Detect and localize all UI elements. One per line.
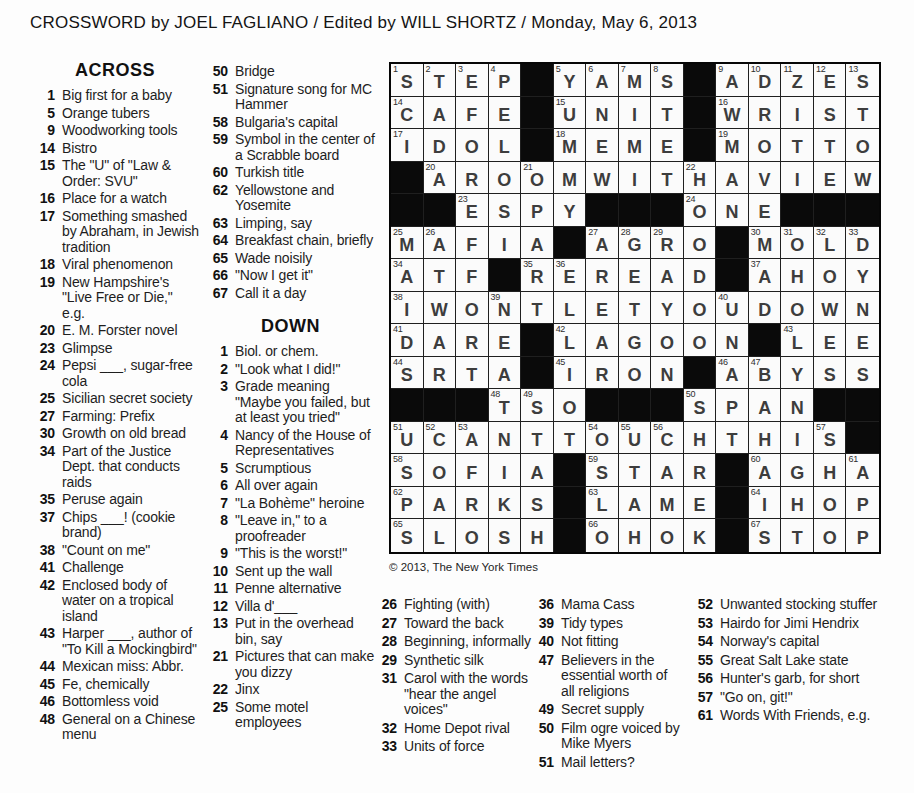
grid-cell[interactable]: 37A — [749, 259, 782, 292]
grid-cell[interactable]: H — [781, 487, 814, 520]
cell-letter: M — [627, 72, 642, 92]
grid-cell[interactable]: L — [554, 292, 587, 325]
grid-cell[interactable]: 63L — [586, 487, 619, 520]
clue-number: 30 — [31, 426, 62, 442]
clue-across-51: 51Signature song for MC Hammer — [204, 82, 377, 113]
grid-cell[interactable]: T — [716, 422, 749, 455]
grid-cell[interactable]: E — [586, 129, 619, 162]
grid-cell[interactable]: T — [651, 162, 684, 195]
grid-cell[interactable]: V — [749, 162, 782, 195]
clue-number: 3 — [204, 379, 235, 426]
cell-letter: P — [857, 528, 869, 548]
cell-letter: W — [854, 170, 871, 190]
grid-cell[interactable]: R — [586, 259, 619, 292]
grid-cell[interactable]: R — [684, 454, 717, 487]
clue-text: Hairdo for Jimi Hendrix — [720, 616, 885, 632]
cell-letter: A — [465, 430, 478, 450]
grid-cell[interactable]: A — [716, 162, 749, 195]
grid-cell[interactable]: P — [521, 194, 554, 227]
grid-cell[interactable]: 53A — [456, 422, 489, 455]
cell-letter: L — [434, 528, 445, 548]
down-clue-list-4: 52Unwanted stocking stuffer53Hairdo for … — [689, 597, 885, 724]
clue-number: 4 — [204, 428, 235, 459]
grid-cell[interactable]: N — [489, 422, 522, 455]
clue-number: 20 — [31, 323, 62, 339]
grid-cell[interactable]: 13S — [846, 64, 879, 97]
grid-cell[interactable]: 42L — [554, 324, 587, 357]
grid-cell[interactable]: A — [749, 389, 782, 422]
cell-letter: R — [465, 170, 478, 190]
clue-text: Toward the back — [404, 616, 531, 632]
clue-down-31: 31Carol with the words "hear the angel v… — [373, 671, 531, 718]
grid-cell[interactable]: O — [814, 487, 847, 520]
clue-text: Beginning, informally — [404, 634, 531, 650]
grid-cell[interactable]: 28G — [619, 227, 652, 260]
grid-cell[interactable]: D — [424, 129, 457, 162]
grid-cell[interactable]: 15U — [554, 97, 587, 130]
grid-cell[interactable]: T — [521, 422, 554, 455]
grid-cell[interactable]: I — [489, 454, 522, 487]
grid-cell[interactable]: A — [586, 324, 619, 357]
cell-letter: G — [790, 463, 804, 483]
grid-cell[interactable]: O — [684, 324, 717, 357]
grid-cell[interactable]: P — [846, 519, 879, 552]
grid-cell[interactable]: N — [651, 357, 684, 390]
black-cell — [716, 519, 749, 552]
grid-cell[interactable]: P — [716, 389, 749, 422]
grid-cell[interactable]: O — [846, 129, 879, 162]
grid-cell[interactable]: W — [846, 162, 879, 195]
grid-cell[interactable]: O — [814, 259, 847, 292]
clue-number: 27 — [31, 409, 62, 425]
cell-letter: E — [596, 300, 608, 320]
clue-down-22: 22Jinx — [204, 682, 377, 698]
clue-text: E. M. Forster novel — [62, 323, 199, 339]
grid-cell[interactable]: P — [846, 487, 879, 520]
grid-cell[interactable]: E — [619, 259, 652, 292]
grid-cell[interactable]: K — [684, 519, 717, 552]
cell-letter: F — [466, 235, 477, 255]
grid-cell[interactable]: R — [586, 357, 619, 390]
grid-cell[interactable]: A — [521, 227, 554, 260]
grid-cell[interactable]: S — [846, 357, 879, 390]
cell-letter: A — [661, 267, 674, 287]
grid-cell[interactable]: 14C — [391, 97, 424, 130]
grid-cell[interactable]: O — [489, 162, 522, 195]
grid-cell[interactable]: 44S — [391, 357, 424, 390]
grid-cell[interactable]: A — [651, 454, 684, 487]
grid-cell[interactable]: 21O — [521, 162, 554, 195]
grid-cell[interactable]: S — [814, 97, 847, 130]
grid-cell[interactable]: 43L — [781, 324, 814, 357]
clue-number: 15 — [31, 158, 62, 189]
clue-number: 12 — [204, 599, 235, 615]
grid-cell[interactable]: 64I — [749, 487, 782, 520]
grid-cell[interactable]: O — [651, 519, 684, 552]
grid-cell[interactable]: 24O — [684, 194, 717, 227]
grid-cell[interactable]: H — [521, 519, 554, 552]
grid-cell[interactable]: W — [424, 292, 457, 325]
grid-cell[interactable]: 25M — [391, 227, 424, 260]
cell-letter: E — [466, 202, 478, 222]
grid-cell[interactable]: Y — [781, 357, 814, 390]
grid-cell[interactable]: 60A — [749, 454, 782, 487]
grid-cell[interactable]: T — [554, 422, 587, 455]
grid-cell[interactable]: 4P — [489, 64, 522, 97]
grid-cell[interactable]: 9A — [716, 64, 749, 97]
grid-cell[interactable]: 41D — [391, 324, 424, 357]
grid-cell[interactable]: 32L — [814, 227, 847, 260]
grid-cell[interactable]: 40U — [716, 292, 749, 325]
grid-cell[interactable]: F — [456, 454, 489, 487]
clue-number: 52 — [689, 597, 720, 613]
cell-letter: I — [632, 170, 637, 190]
grid-cell[interactable]: 11Z — [781, 64, 814, 97]
grid-cell[interactable]: O — [619, 357, 652, 390]
cell-letter: L — [792, 333, 803, 353]
grid-cell[interactable]: N — [846, 292, 879, 325]
cell-letter: S — [857, 365, 869, 385]
grid-cell[interactable]: 51U — [391, 422, 424, 455]
grid-cell[interactable]: R — [424, 357, 457, 390]
clue-across-43: 43Harper ___, author of "To Kill a Mocki… — [31, 626, 199, 657]
across-header: ACROSS — [31, 60, 199, 81]
grid-cell[interactable]: I — [781, 422, 814, 455]
clue-across-46: 46Bottomless void — [31, 694, 199, 710]
grid-cell[interactable]: M — [651, 487, 684, 520]
grid-cell[interactable]: H — [781, 259, 814, 292]
grid-cell[interactable]: 38I — [391, 292, 424, 325]
grid-cell[interactable]: E — [814, 324, 847, 357]
grid-cell[interactable]: F — [456, 259, 489, 292]
clue-across-17: 17Something smashed by Abraham, in Jewis… — [31, 209, 199, 256]
cell-letter: N — [595, 105, 608, 125]
grid-cell[interactable]: M — [619, 129, 652, 162]
grid-cell[interactable]: A — [424, 487, 457, 520]
clue-text: Bridge — [235, 64, 377, 80]
grid-cell[interactable]: R — [456, 324, 489, 357]
grid-cell[interactable]: 55U — [619, 422, 652, 455]
grid-cell[interactable]: I — [781, 97, 814, 130]
grid-cell[interactable]: I — [619, 97, 652, 130]
clue-number: 48 — [31, 712, 62, 743]
grid-cell[interactable]: 31O — [781, 227, 814, 260]
grid-cell[interactable]: 16W — [716, 97, 749, 130]
grid-cell[interactable]: T — [781, 519, 814, 552]
copyright: © 2013, The New York Times — [389, 561, 881, 573]
clue-down-33: 33Units of force — [373, 739, 531, 755]
grid-cell[interactable]: 47B — [749, 357, 782, 390]
grid-cell[interactable]: 50S — [684, 389, 717, 422]
grid-cell[interactable]: A — [424, 97, 457, 130]
grid-cell[interactable]: 10D — [749, 64, 782, 97]
cell-letter: L — [564, 333, 575, 353]
grid-cell[interactable]: O — [651, 324, 684, 357]
grid-cell[interactable]: I — [489, 227, 522, 260]
grid-cell[interactable]: 1S — [391, 64, 424, 97]
grid-cell[interactable]: 29R — [651, 227, 684, 260]
grid-cell[interactable]: G — [781, 454, 814, 487]
cell-number: 46 — [718, 357, 727, 368]
grid-cell[interactable]: A — [521, 454, 554, 487]
black-cell — [554, 487, 587, 520]
grid-cell[interactable]: 8S — [651, 64, 684, 97]
clue-text: Enclosed body of water on a tropical isl… — [62, 578, 199, 625]
crossword-grid-area: 1S2T3E4P5Y6A7M8S9A10D11Z12E13S14CAFE15UN… — [389, 62, 881, 573]
grid-cell[interactable]: Y — [846, 259, 879, 292]
clue-text: "Look what I did!" — [235, 362, 377, 378]
cell-number: 50 — [686, 389, 695, 400]
grid-cell[interactable]: 12E — [814, 64, 847, 97]
clue-text: Nancy of the House of Representatives — [235, 428, 377, 459]
cell-number: 35 — [523, 259, 532, 270]
grid-cell[interactable]: H — [684, 422, 717, 455]
cell-letter: N — [791, 398, 804, 418]
clue-number: 41 — [31, 560, 62, 576]
cell-letter: W — [431, 300, 448, 320]
cell-number: 14 — [393, 97, 402, 108]
grid-cell[interactable]: 2T — [424, 64, 457, 97]
grid-cell[interactable]: L — [424, 519, 457, 552]
grid-cell[interactable]: K — [489, 487, 522, 520]
grid-cell[interactable]: D — [684, 259, 717, 292]
grid-cell[interactable]: L — [489, 129, 522, 162]
grid-cell[interactable]: 36E — [554, 259, 587, 292]
grid-cell[interactable]: 56C — [651, 422, 684, 455]
grid-cell[interactable]: T — [619, 292, 652, 325]
grid-cell[interactable]: 61A — [846, 454, 879, 487]
grid-cell[interactable]: H — [619, 519, 652, 552]
clue-number: 50 — [530, 721, 561, 752]
grid-cell[interactable]: 57S — [814, 422, 847, 455]
cell-letter: L — [596, 495, 607, 515]
cell-letter: Y — [857, 267, 869, 287]
grid-cell[interactable]: T — [619, 454, 652, 487]
clue-number: 51 — [530, 755, 561, 771]
grid-cell[interactable]: S — [489, 519, 522, 552]
clue-number: 1 — [204, 344, 235, 360]
grid-cell[interactable]: S — [521, 487, 554, 520]
grid-cell[interactable]: G — [619, 324, 652, 357]
grid-cell[interactable]: 34A — [391, 259, 424, 292]
grid-cell[interactable]: 62P — [391, 487, 424, 520]
cell-letter: A — [726, 72, 739, 92]
grid-cell[interactable]: 17I — [391, 129, 424, 162]
grid-cell[interactable]: 18M — [554, 129, 587, 162]
clue-number: 5 — [31, 106, 62, 122]
grid-cell[interactable]: O — [424, 454, 457, 487]
grid-cell[interactable]: N — [716, 324, 749, 357]
grid-cell[interactable]: F — [456, 227, 489, 260]
grid-cell[interactable]: E — [684, 487, 717, 520]
cell-letter: R — [465, 333, 478, 353]
clue-across-59: 59Symbol in the center of a Scrabble boa… — [204, 132, 377, 163]
cell-letter: E — [628, 267, 640, 287]
grid-cell[interactable]: D — [749, 292, 782, 325]
cell-letter: T — [629, 463, 640, 483]
grid-cell[interactable]: 59S — [586, 454, 619, 487]
grid-cell[interactable]: E — [651, 129, 684, 162]
grid-cell[interactable]: N — [716, 194, 749, 227]
grid-cell[interactable]: E — [846, 324, 879, 357]
grid-cell[interactable]: S — [489, 194, 522, 227]
grid-cell[interactable]: N — [586, 97, 619, 130]
grid-cell[interactable]: 52C — [424, 422, 457, 455]
cell-letter: S — [401, 528, 413, 548]
clue-number: 8 — [204, 513, 235, 544]
grid-cell[interactable]: F — [456, 97, 489, 130]
grid-cell[interactable]: O — [814, 519, 847, 552]
cell-letter: P — [401, 495, 413, 515]
black-cell — [521, 97, 554, 130]
grid-cell[interactable]: N — [781, 389, 814, 422]
clue-across-38: 38"Count on me" — [31, 543, 199, 559]
cell-letter: A — [433, 170, 446, 190]
clue-down-53: 53Hairdo for Jimi Hendrix — [689, 616, 885, 632]
grid-cell[interactable]: R — [749, 97, 782, 130]
grid-cell[interactable]: O — [684, 292, 717, 325]
grid-cell[interactable]: 20A — [424, 162, 457, 195]
cell-number: 24 — [686, 194, 695, 205]
cell-letter: E — [466, 72, 478, 92]
grid-cell[interactable]: T — [846, 97, 879, 130]
cell-number: 3 — [458, 64, 463, 75]
grid-cell[interactable]: I — [781, 162, 814, 195]
grid-cell[interactable]: 54O — [586, 422, 619, 455]
grid-cell[interactable]: 22H — [684, 162, 717, 195]
clue-down-2: 2"Look what I did!" — [204, 362, 377, 378]
grid-cell[interactable]: 35R — [521, 259, 554, 292]
grid-cell[interactable]: 45I — [554, 357, 587, 390]
grid-cell[interactable]: E — [814, 162, 847, 195]
grid-cell[interactable]: 66O — [586, 519, 619, 552]
grid-cell[interactable]: T — [521, 292, 554, 325]
cell-number: 47 — [751, 357, 760, 368]
clue-text: "Now I get it" — [235, 268, 377, 284]
grid-cell[interactable]: 39N — [489, 292, 522, 325]
clue-down-55: 55Great Salt Lake state — [689, 653, 885, 669]
clue-number: 28 — [373, 634, 404, 650]
grid-cell[interactable]: A — [489, 357, 522, 390]
grid-cell[interactable]: 48T — [489, 389, 522, 422]
grid-cell[interactable]: R — [456, 487, 489, 520]
clue-text: Pepsi ___, sugar-free cola — [62, 358, 199, 389]
clue-number: 32 — [373, 721, 404, 737]
grid-cell[interactable]: O — [554, 389, 587, 422]
grid-cell[interactable]: O — [456, 129, 489, 162]
clue-text: The "U" of "Law & Order: SVU" — [62, 158, 199, 189]
grid-cell[interactable]: O — [781, 292, 814, 325]
cell-letter: S — [857, 72, 869, 92]
grid-cell[interactable]: 46A — [716, 357, 749, 390]
grid-cell[interactable]: Y — [554, 194, 587, 227]
black-cell — [391, 389, 424, 422]
grid-cell[interactable]: T — [781, 129, 814, 162]
clue-number: 42 — [31, 578, 62, 625]
grid-cell[interactable]: I — [619, 162, 652, 195]
grid-cell[interactable]: A — [651, 259, 684, 292]
clue-across-48: 48General on a Chinese menu — [31, 712, 199, 743]
grid-cell[interactable]: 7M — [619, 64, 652, 97]
grid-cell[interactable]: A — [424, 324, 457, 357]
grid-cell[interactable]: O — [456, 292, 489, 325]
clue-number: 36 — [530, 597, 561, 613]
clue-text: New Hampshire's "Live Free or Die," e.g. — [62, 275, 199, 322]
grid-cell[interactable]: E — [489, 97, 522, 130]
grid-cell[interactable]: E — [489, 324, 522, 357]
grid-cell[interactable]: 27A — [586, 227, 619, 260]
grid-cell[interactable]: Y — [651, 292, 684, 325]
grid-cell[interactable]: A — [619, 487, 652, 520]
grid-cell[interactable]: T — [651, 97, 684, 130]
down-clue-list-2-column: 26Fighting (with)27Toward the back28Begi… — [373, 597, 531, 758]
grid-cell[interactable]: M — [554, 162, 587, 195]
grid-cell[interactable]: E — [586, 292, 619, 325]
grid-cell[interactable]: 58S — [391, 454, 424, 487]
grid-cell[interactable]: O — [456, 519, 489, 552]
grid-cell[interactable]: H — [814, 454, 847, 487]
black-cell — [846, 389, 879, 422]
grid-cell[interactable]: 19M — [716, 129, 749, 162]
clue-number: 53 — [689, 616, 720, 632]
cell-letter: O — [432, 463, 446, 483]
cell-number: 41 — [393, 324, 402, 335]
grid-cell[interactable]: 33D — [846, 227, 879, 260]
grid-cell[interactable]: W — [814, 292, 847, 325]
grid-cell[interactable]: E — [749, 194, 782, 227]
grid-cell[interactable]: T — [424, 259, 457, 292]
clue-text: Synthetic silk — [404, 653, 531, 669]
grid-cell[interactable]: S — [814, 357, 847, 390]
grid-cell[interactable]: 67S — [749, 519, 782, 552]
clue-text: Words With Friends, e.g. — [720, 708, 885, 724]
grid-cell[interactable]: 30M — [749, 227, 782, 260]
grid-cell[interactable]: O — [684, 227, 717, 260]
grid-cell[interactable]: H — [749, 422, 782, 455]
cell-letter: R — [758, 105, 771, 125]
clue-text: Penne alternative — [235, 581, 377, 597]
cell-letter: T — [824, 137, 835, 157]
clue-across-42: 42Enclosed body of water on a tropical i… — [31, 578, 199, 625]
grid-cell[interactable]: W — [586, 162, 619, 195]
clue-number: 63 — [204, 216, 235, 232]
grid-cell[interactable]: 6A — [586, 64, 619, 97]
clue-down-54: 54Norway's capital — [689, 634, 885, 650]
grid-cell[interactable]: R — [456, 162, 489, 195]
black-cell — [521, 129, 554, 162]
cell-letter: R — [693, 463, 706, 483]
clue-down-26: 26Fighting (with) — [373, 597, 531, 613]
grid-cell[interactable]: 49S — [521, 389, 554, 422]
grid-cell[interactable]: O — [749, 129, 782, 162]
grid-cell[interactable]: 23E — [456, 194, 489, 227]
grid-cell[interactable]: 5Y — [554, 64, 587, 97]
grid-cell[interactable]: 3E — [456, 64, 489, 97]
grid-cell[interactable]: T — [456, 357, 489, 390]
cell-letter: C — [400, 105, 413, 125]
black-cell — [781, 194, 814, 227]
cell-letter: Y — [661, 300, 673, 320]
grid-cell[interactable]: T — [814, 129, 847, 162]
cell-letter: A — [530, 235, 543, 255]
clue-down-56: 56Hunter's garb, for short — [689, 671, 885, 687]
clue-text: Fe, chemically — [62, 677, 199, 693]
grid-cell[interactable]: 26A — [424, 227, 457, 260]
grid-cell[interactable]: 65S — [391, 519, 424, 552]
clue-text: "Leave in," to a proofreader — [235, 513, 377, 544]
cell-number: 4 — [491, 64, 496, 75]
cell-letter: D — [693, 267, 706, 287]
